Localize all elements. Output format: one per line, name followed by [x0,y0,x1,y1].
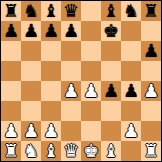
piece-white-queen[interactable]: ♛ [63,141,79,161]
piece-white-bishop[interactable]: ♝ [43,141,59,161]
square-h5[interactable] [141,61,161,81]
piece-white-king[interactable]: ♚ [83,141,99,161]
square-c2[interactable]: ♟ [41,121,61,141]
piece-black-pawn[interactable]: ♟ [3,21,19,41]
square-e7[interactable] [81,21,101,41]
square-d4[interactable]: ♟ [61,81,81,101]
square-d3[interactable] [61,101,81,121]
piece-black-rook[interactable]: ♜ [143,1,159,21]
square-f3[interactable] [101,101,121,121]
square-g5[interactable] [121,61,141,81]
chess-board-frame: ♜♞♝♛♝♞♜♟♟♟♟♚♟♟♟♟♟♟♟♟♟♟♜♞♝♛♚♝♜ [0,0,162,162]
square-d7[interactable]: ♟ [61,21,81,41]
chess-board: ♜♞♝♛♝♞♜♟♟♟♟♚♟♟♟♟♟♟♟♟♟♟♜♞♝♛♚♝♜ [1,1,161,161]
square-a4[interactable] [1,81,21,101]
piece-white-pawn[interactable]: ♟ [123,121,139,141]
square-f5[interactable] [101,61,121,81]
square-d6[interactable] [61,41,81,61]
square-b4[interactable] [21,81,41,101]
square-g6[interactable] [121,41,141,61]
piece-white-pawn[interactable]: ♟ [3,121,19,141]
square-a3[interactable] [1,101,21,121]
square-f7[interactable]: ♚ [101,21,121,41]
square-c1[interactable]: ♝ [41,141,61,161]
square-f8[interactable]: ♝ [101,1,121,21]
square-g2[interactable]: ♟ [121,121,141,141]
square-b6[interactable] [21,41,41,61]
piece-black-bishop[interactable]: ♝ [103,1,119,21]
square-e8[interactable] [81,1,101,21]
square-b8[interactable]: ♞ [21,1,41,21]
piece-black-pawn[interactable]: ♟ [123,81,139,101]
square-d1[interactable]: ♛ [61,141,81,161]
piece-white-rook[interactable]: ♜ [143,141,159,161]
piece-black-pawn[interactable]: ♟ [103,81,119,101]
square-e1[interactable]: ♚ [81,141,101,161]
square-e3[interactable] [81,101,101,121]
square-d8[interactable]: ♛ [61,1,81,21]
square-a7[interactable]: ♟ [1,21,21,41]
piece-white-pawn[interactable]: ♟ [23,121,39,141]
piece-white-pawn[interactable]: ♟ [43,121,59,141]
square-d2[interactable] [61,121,81,141]
square-b1[interactable]: ♞ [21,141,41,161]
square-b3[interactable] [21,101,41,121]
square-g1[interactable] [121,141,141,161]
square-c8[interactable]: ♝ [41,1,61,21]
square-e5[interactable] [81,61,101,81]
square-a8[interactable]: ♜ [1,1,21,21]
square-f1[interactable]: ♝ [101,141,121,161]
square-a6[interactable] [1,41,21,61]
square-h1[interactable]: ♜ [141,141,161,161]
piece-white-rook[interactable]: ♜ [3,141,19,161]
piece-black-pawn[interactable]: ♟ [63,21,79,41]
piece-white-bishop[interactable]: ♝ [103,141,119,161]
piece-black-knight[interactable]: ♞ [23,1,39,21]
piece-black-pawn[interactable]: ♟ [43,21,59,41]
square-g8[interactable]: ♞ [121,1,141,21]
piece-white-pawn[interactable]: ♟ [143,81,159,101]
square-c4[interactable] [41,81,61,101]
piece-black-rook[interactable]: ♜ [3,1,19,21]
square-c3[interactable] [41,101,61,121]
piece-white-pawn[interactable]: ♟ [63,81,79,101]
square-a2[interactable]: ♟ [1,121,21,141]
piece-black-pawn[interactable]: ♟ [143,41,159,61]
piece-black-queen[interactable]: ♛ [63,1,79,21]
square-h7[interactable] [141,21,161,41]
square-h3[interactable] [141,101,161,121]
square-g7[interactable] [121,21,141,41]
square-h8[interactable]: ♜ [141,1,161,21]
square-f4[interactable]: ♟ [101,81,121,101]
piece-black-bishop[interactable]: ♝ [43,1,59,21]
square-e4[interactable]: ♟ [81,81,101,101]
square-g3[interactable] [121,101,141,121]
piece-black-king[interactable]: ♚ [103,21,119,41]
square-b5[interactable] [21,61,41,81]
square-a5[interactable] [1,61,21,81]
square-f6[interactable] [101,41,121,61]
square-b2[interactable]: ♟ [21,121,41,141]
piece-white-pawn[interactable]: ♟ [83,81,99,101]
square-c5[interactable] [41,61,61,81]
square-h6[interactable]: ♟ [141,41,161,61]
square-e6[interactable] [81,41,101,61]
square-c6[interactable] [41,41,61,61]
piece-black-knight[interactable]: ♞ [123,1,139,21]
square-a1[interactable]: ♜ [1,141,21,161]
square-h2[interactable] [141,121,161,141]
square-c7[interactable]: ♟ [41,21,61,41]
square-e2[interactable] [81,121,101,141]
square-h4[interactable]: ♟ [141,81,161,101]
square-b7[interactable]: ♟ [21,21,41,41]
piece-black-pawn[interactable]: ♟ [23,21,39,41]
square-g4[interactable]: ♟ [121,81,141,101]
square-f2[interactable] [101,121,121,141]
piece-white-knight[interactable]: ♞ [23,141,39,161]
square-d5[interactable] [61,61,81,81]
